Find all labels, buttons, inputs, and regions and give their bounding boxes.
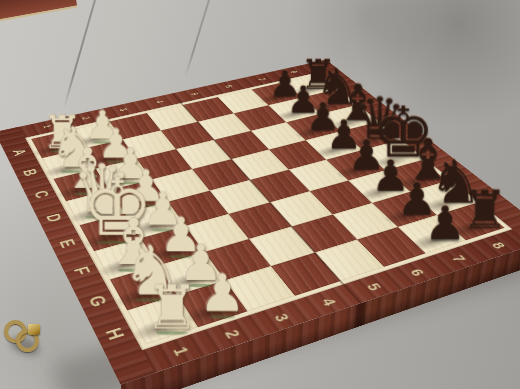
piece-white-rook-h1: ♜ xyxy=(145,279,199,335)
square-h6 xyxy=(357,227,425,267)
piece-white-pawn-h2: ♟ xyxy=(199,271,246,319)
photo-scene: ♜♟♟♜♞♟♟♞♝♟♟♝♛♟♟♛♚♟♟♚♝♟♟♝♞♟♟♞♜♟♟♜ ABCDEFG… xyxy=(0,0,520,389)
piece-black-rook-h8: ♜ xyxy=(461,185,508,233)
brass-clasp xyxy=(4,316,48,366)
piece-black-pawn-h7: ♟ xyxy=(424,203,466,246)
clasp-knuckle xyxy=(28,324,40,335)
